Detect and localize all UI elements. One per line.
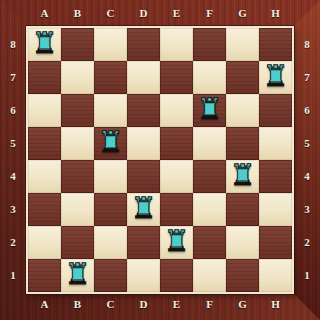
square-g3[interactable] — [226, 193, 259, 226]
file-label-top-a: A — [28, 0, 61, 26]
file-label-top-e: E — [160, 0, 193, 26]
square-g5[interactable] — [226, 127, 259, 160]
square-a3[interactable] — [28, 193, 61, 226]
square-b8[interactable] — [61, 28, 94, 61]
square-c4[interactable] — [94, 160, 127, 193]
square-b4[interactable] — [61, 160, 94, 193]
square-e3[interactable] — [160, 193, 193, 226]
square-h5[interactable] — [259, 127, 292, 160]
rook-h7[interactable]: ♜ — [263, 62, 289, 91]
square-g8[interactable] — [226, 28, 259, 61]
file-label-bottom-c: C — [94, 293, 127, 315]
square-f3[interactable] — [193, 193, 226, 226]
file-label-top-g: G — [226, 0, 259, 26]
rank-label-right-7: 7 — [294, 61, 320, 94]
rook-c5[interactable]: ♜ — [98, 128, 124, 157]
square-h2[interactable] — [259, 226, 292, 259]
square-a6[interactable] — [28, 94, 61, 127]
file-label-bottom-g: G — [226, 293, 259, 315]
square-d5[interactable] — [127, 127, 160, 160]
square-b5[interactable] — [61, 127, 94, 160]
rank-label-left-1: 1 — [0, 259, 26, 292]
rook-d3[interactable]: ♜ — [131, 194, 157, 223]
rook-g4[interactable]: ♜ — [230, 161, 256, 190]
rank-label-left-7: 7 — [0, 61, 26, 94]
rank-label-right-3: 3 — [294, 193, 320, 226]
file-label-bottom-h: H — [259, 293, 292, 315]
rank-label-left-5: 5 — [0, 127, 26, 160]
square-f6[interactable]: ♜ — [193, 94, 226, 127]
square-c1[interactable] — [94, 259, 127, 292]
square-e8[interactable] — [160, 28, 193, 61]
rook-b1[interactable]: ♜ — [65, 260, 91, 289]
square-b1[interactable]: ♜ — [61, 259, 94, 292]
file-label-bottom-b: B — [61, 293, 94, 315]
square-e1[interactable] — [160, 259, 193, 292]
square-e2[interactable]: ♜ — [160, 226, 193, 259]
square-f5[interactable] — [193, 127, 226, 160]
square-f7[interactable] — [193, 61, 226, 94]
file-label-top-h: H — [259, 0, 292, 26]
square-c7[interactable] — [94, 61, 127, 94]
file-label-top-c: C — [94, 0, 127, 26]
square-g2[interactable] — [226, 226, 259, 259]
square-b7[interactable] — [61, 61, 94, 94]
square-e6[interactable] — [160, 94, 193, 127]
rank-label-right-8: 8 — [294, 28, 320, 61]
rank-label-right-2: 2 — [294, 226, 320, 259]
square-b3[interactable] — [61, 193, 94, 226]
square-h3[interactable] — [259, 193, 292, 226]
square-d4[interactable] — [127, 160, 160, 193]
square-h4[interactable] — [259, 160, 292, 193]
square-c2[interactable] — [94, 226, 127, 259]
rank-label-left-3: 3 — [0, 193, 26, 226]
rank-label-right-1: 1 — [294, 259, 320, 292]
rank-label-right-5: 5 — [294, 127, 320, 160]
file-label-top-b: B — [61, 0, 94, 26]
square-e7[interactable] — [160, 61, 193, 94]
square-f8[interactable] — [193, 28, 226, 61]
square-d7[interactable] — [127, 61, 160, 94]
rook-a8[interactable]: ♜ — [32, 29, 58, 58]
rank-label-left-8: 8 — [0, 28, 26, 61]
square-c8[interactable] — [94, 28, 127, 61]
square-h7[interactable]: ♜ — [259, 61, 292, 94]
square-d2[interactable] — [127, 226, 160, 259]
square-b6[interactable] — [61, 94, 94, 127]
rook-e2[interactable]: ♜ — [164, 227, 190, 256]
file-label-top-d: D — [127, 0, 160, 26]
square-e5[interactable] — [160, 127, 193, 160]
square-g6[interactable] — [226, 94, 259, 127]
file-label-bottom-a: A — [28, 293, 61, 315]
square-h6[interactable] — [259, 94, 292, 127]
board-grid: ♜♜♜♜♜♜♜♜ — [28, 28, 292, 292]
square-a4[interactable] — [28, 160, 61, 193]
square-c6[interactable] — [94, 94, 127, 127]
square-a2[interactable] — [28, 226, 61, 259]
file-label-bottom-d: D — [127, 293, 160, 315]
square-a7[interactable] — [28, 61, 61, 94]
rank-label-right-4: 4 — [294, 160, 320, 193]
square-h1[interactable] — [259, 259, 292, 292]
rook-f6[interactable]: ♜ — [197, 95, 223, 124]
square-g4[interactable]: ♜ — [226, 160, 259, 193]
rank-label-left-6: 6 — [0, 94, 26, 127]
file-label-bottom-f: F — [193, 293, 226, 315]
square-f4[interactable] — [193, 160, 226, 193]
square-g1[interactable] — [226, 259, 259, 292]
chessboard: ♜♜♜♜♜♜♜♜ — [26, 26, 294, 294]
square-d1[interactable] — [127, 259, 160, 292]
file-label-bottom-e: E — [160, 293, 193, 315]
rank-label-right-6: 6 — [294, 94, 320, 127]
square-b2[interactable] — [61, 226, 94, 259]
chessboard-stage: ♜♜♜♜♜♜♜♜ AABBCCDDEEFFGGHH887766554433221… — [0, 0, 320, 320]
file-label-top-f: F — [193, 0, 226, 26]
square-d8[interactable] — [127, 28, 160, 61]
square-a8[interactable]: ♜ — [28, 28, 61, 61]
square-a5[interactable] — [28, 127, 61, 160]
square-h8[interactable] — [259, 28, 292, 61]
square-a1[interactable] — [28, 259, 61, 292]
square-e4[interactable] — [160, 160, 193, 193]
square-g7[interactable] — [226, 61, 259, 94]
square-c5[interactable]: ♜ — [94, 127, 127, 160]
square-f1[interactable] — [193, 259, 226, 292]
square-f2[interactable] — [193, 226, 226, 259]
square-c3[interactable] — [94, 193, 127, 226]
square-d3[interactable]: ♜ — [127, 193, 160, 226]
rank-label-left-2: 2 — [0, 226, 26, 259]
square-d6[interactable] — [127, 94, 160, 127]
rank-label-left-4: 4 — [0, 160, 26, 193]
